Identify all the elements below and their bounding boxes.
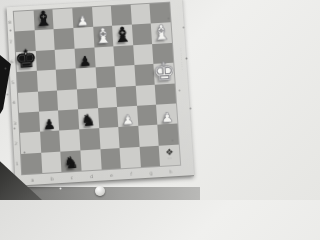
piece-black-bishop[interactable]: ♝	[34, 9, 54, 31]
square-g1[interactable]	[139, 145, 160, 167]
file-label-e: e	[101, 172, 121, 178]
piece-white-bishop[interactable]: ♝	[93, 25, 113, 47]
stray-white-piece	[95, 186, 105, 196]
file-label-g: g	[141, 170, 161, 176]
square-c8[interactable]	[53, 8, 74, 29]
file-label-c: c	[62, 175, 82, 181]
square-g3[interactable]	[137, 105, 158, 127]
rank-label-7: 7	[9, 32, 13, 52]
rank-label-3: 3	[13, 113, 17, 134]
rank-label-1: 1	[15, 154, 19, 175]
board-grid: ♝♟♝♝♝♚♟♚♟♞♟♟♞❖···	[14, 3, 180, 175]
square-b5[interactable]	[36, 70, 57, 91]
square-h2[interactable]	[158, 124, 179, 146]
file-label-h: h	[161, 169, 181, 175]
square-c7[interactable]	[54, 28, 75, 49]
piece-black-knight[interactable]: ♞	[81, 113, 96, 130]
square-b8[interactable]: ♝	[33, 10, 54, 31]
piece-black-bishop[interactable]: ♝	[113, 24, 133, 46]
square-h3[interactable]: ♟	[156, 103, 177, 125]
square-a5[interactable]	[17, 71, 38, 92]
square-d6[interactable]: ♟	[74, 47, 95, 68]
piece-white-pawn[interactable]: ♟	[76, 14, 89, 28]
chess-board: ♝♟♝♝♝♚♟♚♟♞♟♟♞❖··· abcdefgh 87654321 ····…	[7, 0, 194, 186]
square-e3[interactable]	[98, 107, 119, 129]
square-b1[interactable]	[41, 151, 62, 173]
file-label-a: a	[22, 177, 42, 183]
piece-white-king[interactable]: ♚	[152, 58, 176, 84]
square-a2[interactable]	[20, 132, 41, 154]
square-a6[interactable]: ♚	[16, 51, 37, 72]
square-e1[interactable]	[100, 148, 121, 170]
piece-white-pawn[interactable]: ♟	[161, 110, 174, 124]
square-f2[interactable]	[118, 126, 139, 148]
square-c3[interactable]	[58, 109, 79, 131]
piece-black-king[interactable]: ♚	[14, 46, 38, 72]
square-b2[interactable]	[40, 131, 61, 153]
square-g2[interactable]	[138, 125, 159, 147]
square-a1[interactable]	[21, 152, 42, 174]
square-a4[interactable]	[18, 91, 39, 112]
square-g4[interactable]	[135, 84, 156, 105]
square-d8[interactable]: ♟	[72, 7, 93, 28]
rank-label-6: 6	[10, 52, 14, 72]
square-b7[interactable]	[34, 30, 55, 51]
square-e2[interactable]	[99, 127, 120, 149]
square-b3[interactable]: ♟	[39, 110, 60, 132]
file-label-d: d	[82, 174, 102, 180]
square-e6[interactable]	[94, 46, 115, 67]
square-a8[interactable]	[14, 11, 35, 32]
square-c5[interactable]	[56, 69, 77, 90]
board-emblem: ❖···	[165, 148, 174, 161]
piece-black-pawn[interactable]: ♟	[79, 54, 92, 68]
piece-black-knight[interactable]: ♞	[63, 155, 78, 172]
square-d5[interactable]	[76, 67, 97, 88]
square-f3[interactable]: ♟	[117, 106, 138, 128]
brand-text-illegible: ··········	[178, 48, 185, 71]
rank-label-8: 8	[8, 12, 12, 32]
square-d2[interactable]	[79, 128, 100, 150]
square-g7[interactable]	[132, 24, 153, 45]
square-f7[interactable]: ♝	[112, 25, 133, 46]
square-e7[interactable]: ♝	[93, 26, 114, 47]
square-c2[interactable]	[59, 130, 80, 152]
piece-black-pawn[interactable]: ♟	[43, 117, 56, 131]
piece-white-bishop[interactable]: ♝	[151, 22, 171, 44]
square-d4[interactable]	[77, 88, 98, 109]
square-d3[interactable]: ♞	[78, 108, 99, 130]
square-f4[interactable]	[116, 85, 137, 106]
board-border: ♝♟♝♝♝♚♟♚♟♞♟♟♞❖··· abcdefgh 87654321 ····…	[7, 0, 194, 187]
photo-scene: ♝♟♝♝♝♚♟♚♟♞♟♟♞❖··· abcdefgh 87654321 ····…	[0, 0, 200, 200]
square-f6[interactable]	[113, 45, 134, 66]
square-c4[interactable]	[57, 89, 78, 110]
square-e4[interactable]	[96, 87, 117, 108]
square-f5[interactable]	[115, 65, 136, 86]
square-f1[interactable]	[120, 147, 141, 169]
square-d1[interactable]	[80, 149, 101, 171]
square-e5[interactable]	[95, 66, 116, 87]
rank-label-4: 4	[12, 93, 16, 114]
square-h5[interactable]: ♚	[154, 63, 175, 84]
square-g8[interactable]	[130, 4, 151, 25]
square-c1[interactable]: ♞	[61, 150, 82, 172]
rank-label-2: 2	[14, 133, 18, 154]
file-label-b: b	[42, 176, 62, 182]
square-c6[interactable]	[55, 48, 76, 69]
square-h1[interactable]: ❖···	[159, 144, 180, 166]
square-d7[interactable]	[73, 27, 94, 48]
square-h7[interactable]: ♝	[151, 23, 172, 44]
square-g6[interactable]	[133, 44, 154, 65]
square-b6[interactable]	[35, 50, 56, 71]
dust-specks	[0, 0, 1, 1]
rank-label-5: 5	[11, 72, 15, 92]
piece-white-pawn[interactable]: ♟	[121, 113, 134, 127]
square-b4[interactable]	[38, 90, 59, 111]
file-label-f: f	[121, 171, 141, 177]
square-a3[interactable]	[19, 112, 40, 134]
square-h4[interactable]	[155, 83, 176, 104]
